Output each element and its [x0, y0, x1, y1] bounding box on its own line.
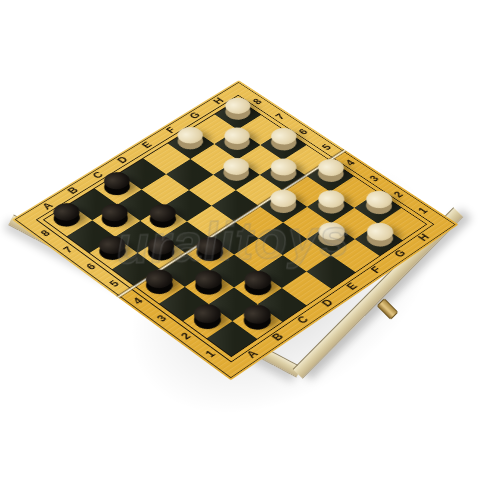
scene: AABBCCDDEEFFGGHH8877665544332211: [0, 0, 500, 500]
cell-e3[interactable]: [259, 223, 307, 255]
cell-d1[interactable]: [282, 272, 331, 306]
cell-e1[interactable]: [307, 255, 356, 288]
rank-label-left-1: 1: [192, 341, 230, 368]
cell-d3[interactable]: [234, 238, 282, 271]
board[interactable]: AABBCCDDEEFFGGHH8877665544332211: [12, 80, 459, 380]
rank-label-left-7: 7: [50, 238, 86, 263]
photo-background: AABBCCDDEEFFGGHH8877665544332211 uralito…: [0, 0, 500, 500]
rank-label-left-5: 5: [96, 271, 132, 296]
file-label-bottom-h: H: [406, 226, 442, 250]
